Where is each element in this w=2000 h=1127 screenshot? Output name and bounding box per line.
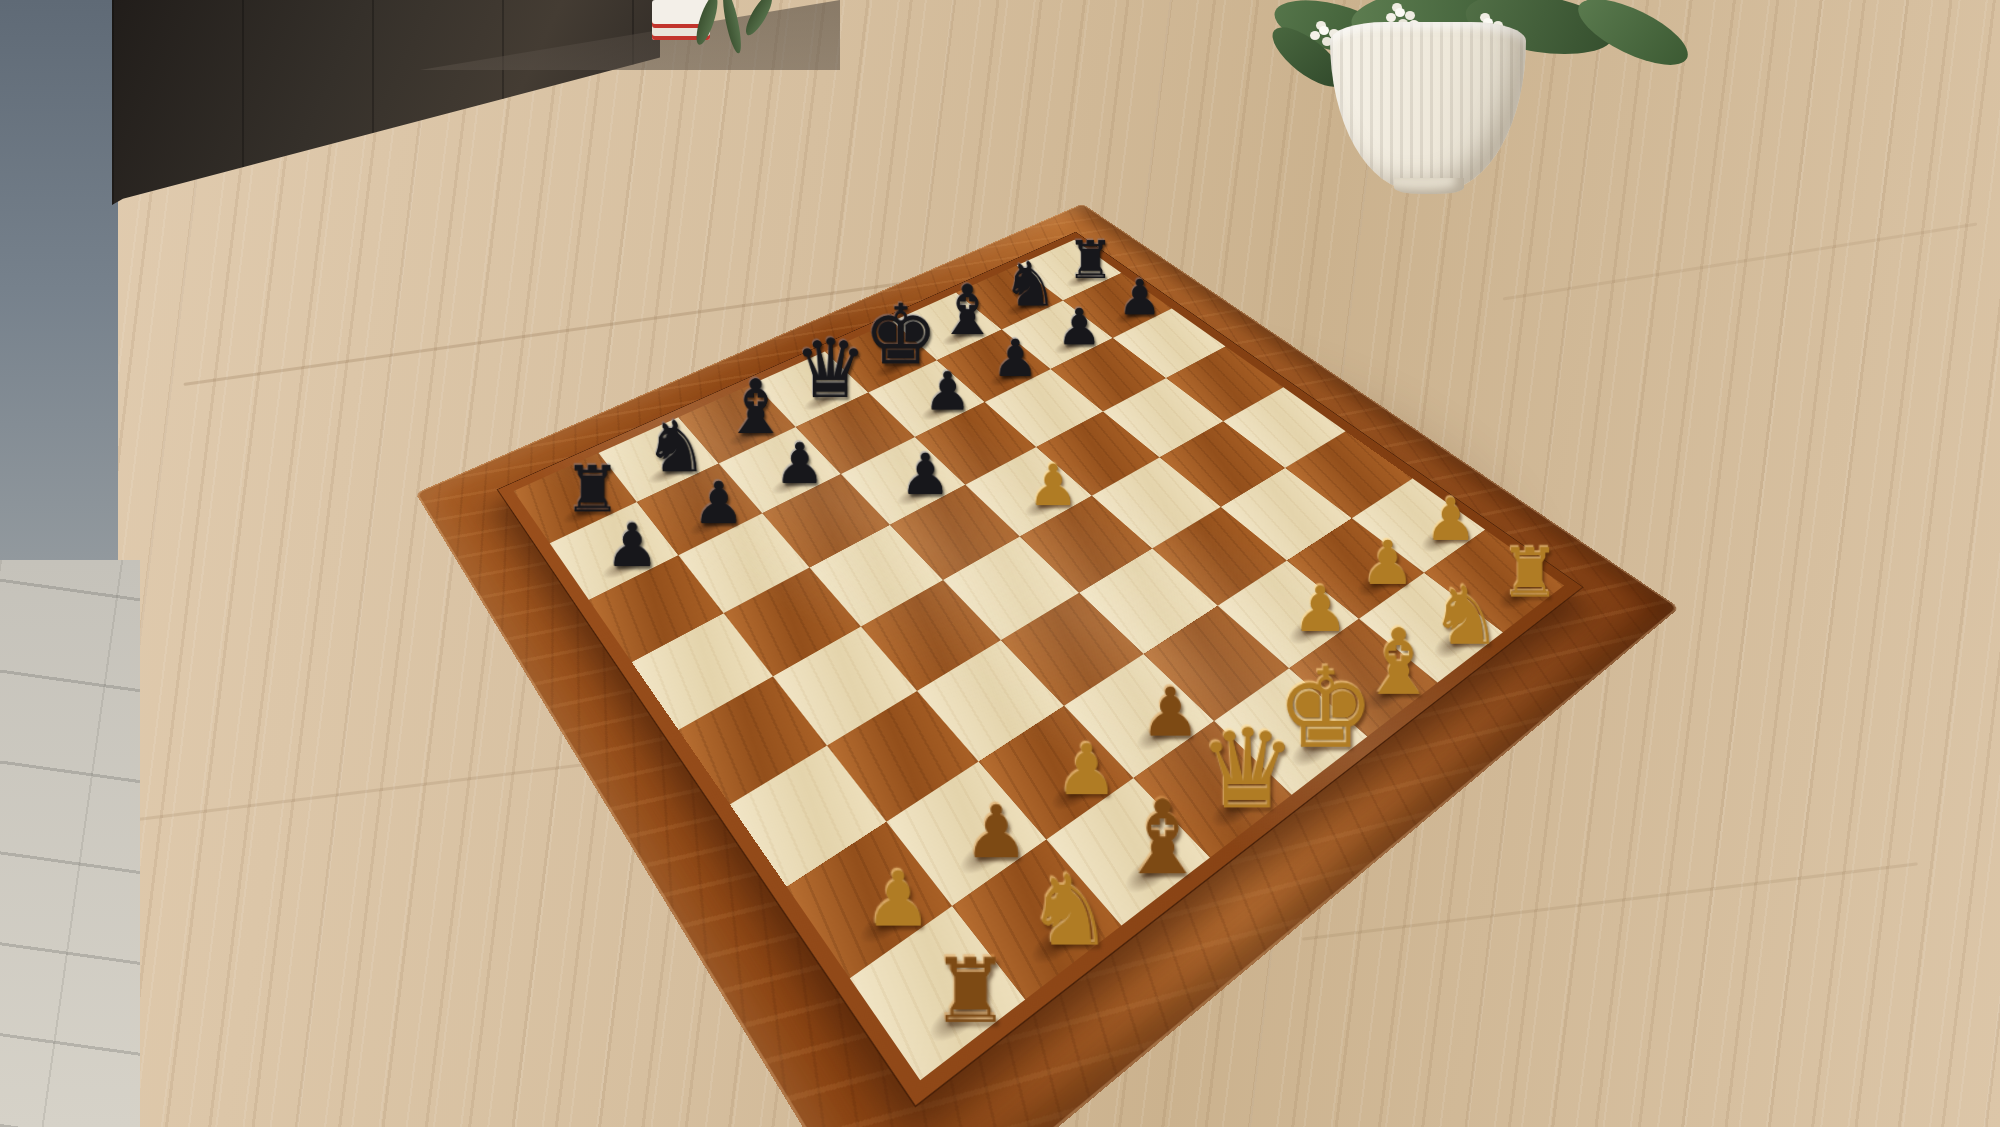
chessboard-frame: ♜♞♝♛♚♝♞♜♟♟♟♟♟♟♟♟♟♟♟♟♟♟♟♟♜♞♝♛♚♝♞♜	[415, 204, 1679, 1127]
piece-white-pawn-a2[interactable]: ♟	[864, 866, 932, 936]
piece-white-bishop-c1[interactable]: ♝	[1116, 792, 1207, 886]
piece-black-pawn-a7[interactable]: ♟	[605, 519, 659, 574]
piece-white-pawn-f2[interactable]: ♟	[1292, 581, 1348, 639]
piece-black-pawn-h7[interactable]: ♟	[1118, 276, 1162, 321]
piece-black-pawn-f7[interactable]: ♟	[992, 335, 1038, 382]
piece-white-knight-b1[interactable]: ♞	[1026, 866, 1114, 956]
piece-white-pawn-b2[interactable]: ♟	[963, 800, 1029, 867]
piece-white-knight-g1[interactable]: ♞	[1430, 579, 1503, 654]
piece-white-pawn-d2[interactable]: ♟	[1140, 682, 1201, 744]
piece-black-knight-g8[interactable]: ♞	[1002, 256, 1057, 313]
piece-white-pawn-e5[interactable]: ♟	[1027, 460, 1078, 513]
chessboard-grid: ♜♞♝♛♚♝♞♜♟♟♟♟♟♟♟♟♟♟♟♟♟♟♟♟♜♞♝♛♚♝♞♜	[514, 240, 1564, 1081]
square-h5[interactable]	[1166, 346, 1283, 421]
piece-black-pawn-d6[interactable]: ♟	[900, 449, 951, 501]
piece-white-rook-h1[interactable]: ♜	[1499, 543, 1560, 605]
piece-black-pawn-b7[interactable]: ♟	[692, 477, 744, 530]
piece-black-pawn-e7[interactable]: ♟	[924, 368, 972, 417]
piece-white-queen-d1[interactable]: ♛	[1197, 719, 1296, 820]
piece-black-queen-d8[interactable]: ♛	[793, 332, 866, 407]
scene-3d: ♜♞♝♛♚♝♞♜♟♟♟♟♟♟♟♟♟♟♟♟♟♟♟♟♜♞♝♛♚♝♞♜	[0, 0, 2000, 1127]
piece-black-pawn-c7[interactable]: ♟	[774, 439, 824, 491]
piece-white-pawn-h2[interactable]: ♟	[1424, 494, 1477, 548]
piece-white-pawn-c2[interactable]: ♟	[1055, 739, 1118, 804]
chessboard-raised-block: ♜♞♝♛♚♝♞♜♟♟♟♟♟♟♟♟♟♟♟♟♟♟♟♟♜♞♝♛♚♝♞♜	[498, 232, 1582, 1105]
piece-black-pawn-g7[interactable]: ♟	[1057, 305, 1102, 351]
piece-black-rook-h8[interactable]: ♜	[1066, 237, 1113, 285]
piece-black-bishop-f8[interactable]: ♝	[936, 279, 997, 342]
piece-white-rook-a1[interactable]: ♜	[930, 951, 1010, 1033]
piece-white-pawn-g2[interactable]: ♟	[1360, 536, 1415, 592]
